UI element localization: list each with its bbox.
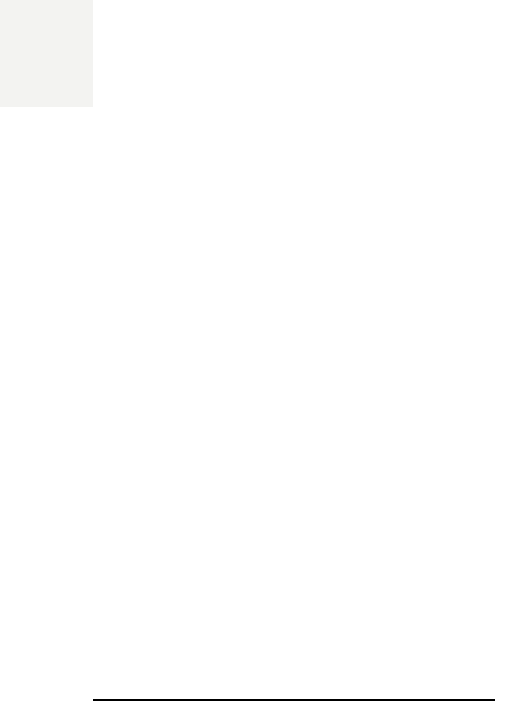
column-clues [93,0,495,109]
row-clues [0,107,95,699]
puzzle-grid[interactable] [93,107,497,701]
site-name-vertical [495,563,509,701]
nonogram-puzzle [0,0,509,701]
watermark-corner [0,0,94,108]
